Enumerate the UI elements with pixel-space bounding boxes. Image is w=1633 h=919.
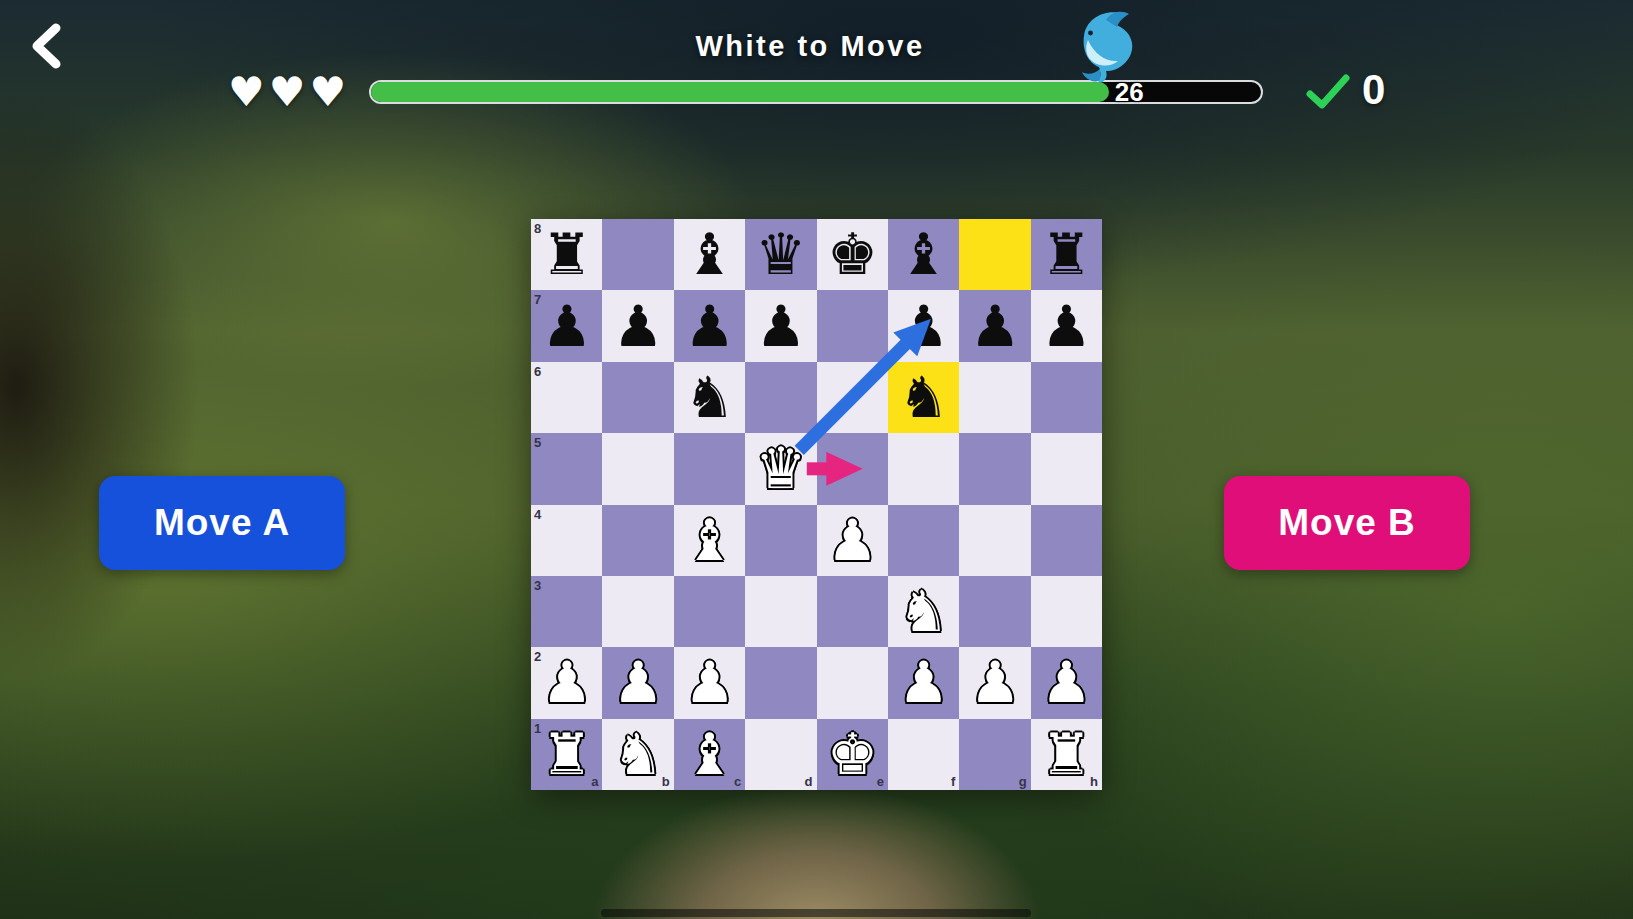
- piece-white-bishop: ♝: [684, 512, 735, 569]
- piece-black-pawn: ♟: [541, 298, 592, 355]
- piece-black-pawn: ♟: [755, 298, 806, 355]
- piece-white-pawn: ♟: [898, 654, 949, 711]
- square-e2[interactable]: [817, 647, 888, 718]
- square-e8[interactable]: ♚: [817, 219, 888, 290]
- square-g1[interactable]: g: [959, 719, 1030, 790]
- rank-label-1: 1: [534, 721, 541, 736]
- square-c5[interactable]: [674, 433, 745, 504]
- square-h4[interactable]: [1031, 505, 1102, 576]
- piece-white-knight: ♞: [613, 726, 664, 783]
- square-b8[interactable]: [602, 219, 673, 290]
- file-label-g: g: [1019, 774, 1027, 789]
- piece-white-king: ♚: [827, 726, 878, 783]
- square-e3[interactable]: [817, 576, 888, 647]
- piece-black-pawn: ♟: [969, 298, 1020, 355]
- piece-white-bishop: ♝: [684, 726, 735, 783]
- square-d4[interactable]: [745, 505, 816, 576]
- square-f7[interactable]: ♟: [888, 290, 959, 361]
- square-f1[interactable]: f: [888, 719, 959, 790]
- piece-white-pawn: ♟: [613, 654, 664, 711]
- file-label-f: f: [951, 774, 955, 789]
- square-f3[interactable]: ♞: [888, 576, 959, 647]
- square-b7[interactable]: ♟: [602, 290, 673, 361]
- file-label-b: b: [662, 774, 670, 789]
- square-b1[interactable]: b♞: [602, 719, 673, 790]
- square-f4[interactable]: [888, 505, 959, 576]
- square-c2[interactable]: ♟: [674, 647, 745, 718]
- square-d2[interactable]: [745, 647, 816, 718]
- square-b2[interactable]: ♟: [602, 647, 673, 718]
- rank-label-4: 4: [534, 507, 541, 522]
- piece-black-bishop: ♝: [684, 226, 735, 283]
- square-a6[interactable]: 6: [531, 362, 602, 433]
- rank-label-3: 3: [534, 578, 541, 593]
- square-d1[interactable]: d: [745, 719, 816, 790]
- piece-white-rook: ♜: [541, 726, 592, 783]
- square-e1[interactable]: e♚: [817, 719, 888, 790]
- piece-black-queen: ♛: [755, 226, 806, 283]
- square-c8[interactable]: ♝: [674, 219, 745, 290]
- piece-white-rook: ♜: [1041, 726, 1092, 783]
- square-b6[interactable]: [602, 362, 673, 433]
- page-title: White to Move: [695, 30, 924, 63]
- square-d6[interactable]: [745, 362, 816, 433]
- piece-black-pawn: ♟: [613, 298, 664, 355]
- home-indicator: [601, 909, 1031, 917]
- square-h5[interactable]: [1031, 433, 1102, 504]
- square-g8[interactable]: [959, 219, 1030, 290]
- file-label-h: h: [1090, 774, 1098, 789]
- game-screen: White to Move ♥♥♥ 26 0 Move A Move B 8♜♝…: [0, 0, 1633, 919]
- piece-black-knight: ♞: [684, 369, 735, 426]
- score-value: 0: [1362, 66, 1385, 114]
- piece-white-pawn: ♟: [1041, 654, 1092, 711]
- rank-label-5: 5: [534, 435, 541, 450]
- rank-label-6: 6: [534, 364, 541, 379]
- square-h8[interactable]: ♜: [1031, 219, 1102, 290]
- square-d8[interactable]: ♛: [745, 219, 816, 290]
- square-a3[interactable]: 3: [531, 576, 602, 647]
- file-label-d: d: [805, 774, 813, 789]
- lives-hearts-icon: ♥♥♥: [228, 68, 350, 116]
- square-f8[interactable]: ♝: [888, 219, 959, 290]
- square-c7[interactable]: ♟: [674, 290, 745, 361]
- file-label-a: a: [591, 774, 598, 789]
- square-d7[interactable]: ♟: [745, 290, 816, 361]
- piece-black-rook: ♜: [541, 226, 592, 283]
- square-a7[interactable]: 7♟: [531, 290, 602, 361]
- file-label-c: c: [734, 774, 741, 789]
- piece-black-knight: ♞: [898, 369, 949, 426]
- back-button[interactable]: [26, 22, 70, 70]
- piece-black-pawn: ♟: [684, 298, 735, 355]
- piece-white-knight: ♞: [898, 583, 949, 640]
- piece-black-bishop: ♝: [898, 226, 949, 283]
- move-b-button[interactable]: Move B: [1224, 476, 1470, 570]
- square-h7[interactable]: ♟: [1031, 290, 1102, 361]
- rank-label-7: 7: [534, 292, 541, 307]
- square-c3[interactable]: [674, 576, 745, 647]
- square-h6[interactable]: [1031, 362, 1102, 433]
- square-g7[interactable]: ♟: [959, 290, 1030, 361]
- square-e4[interactable]: ♟: [817, 505, 888, 576]
- piece-black-pawn: ♟: [1041, 298, 1092, 355]
- square-f6[interactable]: ♞: [888, 362, 959, 433]
- rank-label-8: 8: [534, 221, 541, 236]
- square-b4[interactable]: [602, 505, 673, 576]
- square-a1[interactable]: 1a♜: [531, 719, 602, 790]
- piece-white-pawn: ♟: [684, 654, 735, 711]
- square-g3[interactable]: [959, 576, 1030, 647]
- file-label-e: e: [877, 774, 884, 789]
- piece-black-king: ♚: [827, 226, 878, 283]
- square-d5[interactable]: ♛: [745, 433, 816, 504]
- square-g2[interactable]: ♟: [959, 647, 1030, 718]
- dolphin-icon: [1072, 6, 1146, 84]
- square-e6[interactable]: [817, 362, 888, 433]
- rank-label-2: 2: [534, 649, 541, 664]
- square-h3[interactable]: [1031, 576, 1102, 647]
- piece-white-pawn: ♟: [827, 512, 878, 569]
- back-chevron-icon: [26, 22, 70, 70]
- piece-black-pawn: ♟: [898, 298, 949, 355]
- square-g6[interactable]: [959, 362, 1030, 433]
- square-a2[interactable]: 2♟: [531, 647, 602, 718]
- checkmark-icon: [1306, 74, 1350, 110]
- square-g5[interactable]: [959, 433, 1030, 504]
- square-f2[interactable]: ♟: [888, 647, 959, 718]
- square-b3[interactable]: [602, 576, 673, 647]
- square-h1[interactable]: h♜: [1031, 719, 1102, 790]
- piece-white-pawn: ♟: [969, 654, 1020, 711]
- square-h2[interactable]: ♟: [1031, 647, 1102, 718]
- square-c6[interactable]: ♞: [674, 362, 745, 433]
- square-e7[interactable]: [817, 290, 888, 361]
- square-d3[interactable]: [745, 576, 816, 647]
- piece-black-rook: ♜: [1041, 226, 1092, 283]
- square-e5[interactable]: [817, 433, 888, 504]
- piece-white-queen: ♛: [755, 440, 806, 497]
- square-f5[interactable]: [888, 433, 959, 504]
- square-c1[interactable]: c♝: [674, 719, 745, 790]
- move-a-button[interactable]: Move A: [99, 476, 345, 570]
- timer-progress-fill: [371, 82, 1109, 102]
- square-g4[interactable]: [959, 505, 1030, 576]
- piece-white-pawn: ♟: [541, 654, 592, 711]
- square-b5[interactable]: [602, 433, 673, 504]
- square-a4[interactable]: 4: [531, 505, 602, 576]
- square-a8[interactable]: 8♜: [531, 219, 602, 290]
- square-c4[interactable]: ♝: [674, 505, 745, 576]
- chess-board: 8♜♝♛♚♝♜7♟♟♟♟♟♟♟6♞♞5♛4♝♟3♞2♟♟♟♟♟♟1a♜b♞c♝d…: [531, 219, 1102, 790]
- square-a5[interactable]: 5: [531, 433, 602, 504]
